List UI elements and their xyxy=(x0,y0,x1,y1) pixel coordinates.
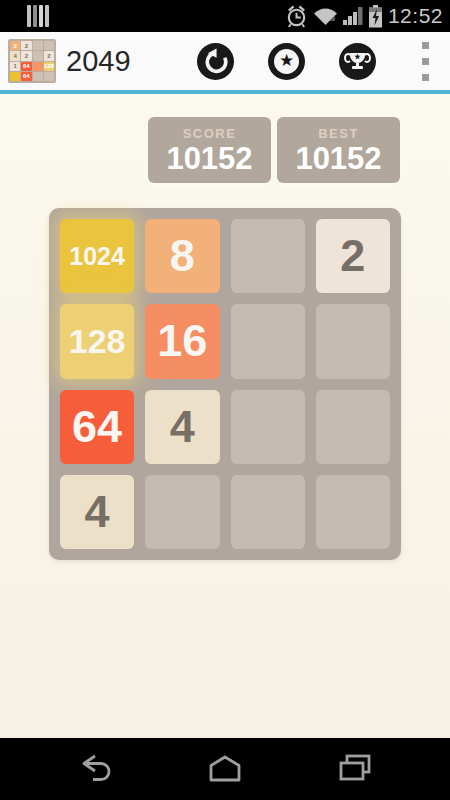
alarm-icon xyxy=(285,4,308,29)
wifi-icon xyxy=(313,7,338,26)
phone-screen: 12:52 2242216412864 2049 ★ ★ xyxy=(0,0,450,800)
tile-cell xyxy=(316,390,390,464)
trophy-icon: ★ xyxy=(350,53,365,69)
tile-cell: 1024 xyxy=(60,219,134,293)
score-box: SCORE 10152 xyxy=(148,117,271,183)
tile-cell xyxy=(316,304,390,378)
back-icon xyxy=(74,752,116,784)
status-bar: 12:52 xyxy=(0,0,450,32)
battery-charging-icon xyxy=(368,5,383,28)
tile-cell: 128 xyxy=(60,304,134,378)
medal-icon: ★ xyxy=(274,49,299,74)
best-value: 10152 xyxy=(295,143,381,174)
overflow-menu-button[interactable] xyxy=(418,38,433,85)
home-button[interactable] xyxy=(190,746,260,793)
best-score-box: BEST 10152 xyxy=(277,117,400,183)
tile-cell xyxy=(231,304,305,378)
achievements-button[interactable]: ★ xyxy=(268,43,305,80)
tile-cell xyxy=(231,219,305,293)
tile-cell xyxy=(231,390,305,464)
back-button[interactable] xyxy=(60,746,130,793)
app-title: 2049 xyxy=(66,45,131,78)
star-icon: ★ xyxy=(279,52,294,69)
clock-text: 12:52 xyxy=(388,4,443,28)
recents-button[interactable] xyxy=(320,746,390,793)
score-row: SCORE 10152 BEST 10152 xyxy=(0,117,400,183)
leaderboard-button[interactable]: ★ xyxy=(339,43,376,80)
tile-cell: 4 xyxy=(145,390,219,464)
best-label: BEST xyxy=(318,126,359,141)
tile-cell xyxy=(145,475,219,549)
recents-icon xyxy=(334,752,376,784)
score-label: SCORE xyxy=(183,126,237,141)
signal-icon xyxy=(343,7,363,25)
tile-cell xyxy=(316,475,390,549)
game-board[interactable]: 1024 8 2 128 16 64 4 4 xyxy=(49,208,401,560)
app-toolbar: 2242216412864 2049 ★ ★ xyxy=(0,32,450,90)
tile-cell: 4 xyxy=(60,475,134,549)
app-icon: 2242216412864 xyxy=(8,39,56,83)
tile-cell: 2 xyxy=(316,219,390,293)
tile-cell: 64 xyxy=(60,390,134,464)
score-value: 10152 xyxy=(166,143,252,174)
notification-bars-icon xyxy=(27,5,49,27)
tile-cell: 8 xyxy=(145,219,219,293)
tile-cell xyxy=(231,475,305,549)
tile-cell: 16 xyxy=(145,304,219,378)
game-area: SCORE 10152 BEST 10152 1024 8 2 128 16 6… xyxy=(0,94,450,738)
home-icon xyxy=(204,752,246,784)
undo-button[interactable] xyxy=(197,43,234,80)
android-nav-bar xyxy=(0,738,450,800)
undo-icon xyxy=(203,48,229,74)
